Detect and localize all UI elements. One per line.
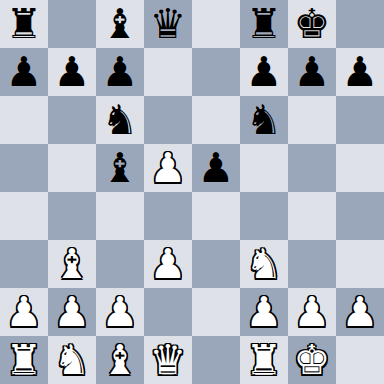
square-b2[interactable]: ♟ <box>48 288 96 336</box>
square-b7[interactable]: ♟ <box>48 48 96 96</box>
square-d3[interactable]: ♟ <box>144 240 192 288</box>
square-a2[interactable]: ♟ <box>0 288 48 336</box>
chess-board: ♜♝♛♜♚♟♟♟♟♟♟♞♞♝♟♟♝♟♞♟♟♟♟♟♟♜♞♝♛♜♚ <box>0 0 384 384</box>
square-c2[interactable]: ♟ <box>96 288 144 336</box>
square-e8[interactable] <box>192 0 240 48</box>
square-d4[interactable] <box>144 192 192 240</box>
square-f1[interactable]: ♜ <box>240 336 288 384</box>
square-f7[interactable]: ♟ <box>240 48 288 96</box>
piece-black-pawn[interactable]: ♟ <box>102 48 139 96</box>
square-e4[interactable] <box>192 192 240 240</box>
square-a8[interactable]: ♜ <box>0 0 48 48</box>
square-a5[interactable] <box>0 144 48 192</box>
piece-white-rook[interactable]: ♜ <box>246 336 283 384</box>
square-b5[interactable] <box>48 144 96 192</box>
piece-black-rook[interactable]: ♜ <box>246 0 283 48</box>
piece-black-pawn[interactable]: ♟ <box>198 144 235 192</box>
square-e3[interactable] <box>192 240 240 288</box>
piece-white-knight[interactable]: ♞ <box>54 336 91 384</box>
square-c4[interactable] <box>96 192 144 240</box>
piece-white-pawn[interactable]: ♟ <box>150 240 187 288</box>
piece-black-bishop[interactable]: ♝ <box>102 144 139 192</box>
piece-black-pawn[interactable]: ♟ <box>6 48 43 96</box>
piece-black-knight[interactable]: ♞ <box>246 96 283 144</box>
square-f6[interactable]: ♞ <box>240 96 288 144</box>
square-g6[interactable] <box>288 96 336 144</box>
piece-white-bishop[interactable]: ♝ <box>54 240 91 288</box>
square-h5[interactable] <box>336 144 384 192</box>
square-h2[interactable]: ♟ <box>336 288 384 336</box>
square-b4[interactable] <box>48 192 96 240</box>
piece-black-king[interactable]: ♚ <box>294 0 331 48</box>
piece-black-queen[interactable]: ♛ <box>150 0 187 48</box>
square-h4[interactable] <box>336 192 384 240</box>
piece-white-rook[interactable]: ♜ <box>6 336 43 384</box>
square-f4[interactable] <box>240 192 288 240</box>
piece-white-bishop[interactable]: ♝ <box>102 336 139 384</box>
square-d6[interactable] <box>144 96 192 144</box>
square-b3[interactable]: ♝ <box>48 240 96 288</box>
square-c1[interactable]: ♝ <box>96 336 144 384</box>
square-h1[interactable] <box>336 336 384 384</box>
piece-black-rook[interactable]: ♜ <box>6 0 43 48</box>
piece-black-bishop[interactable]: ♝ <box>102 0 139 48</box>
square-c5[interactable]: ♝ <box>96 144 144 192</box>
square-d7[interactable] <box>144 48 192 96</box>
square-e2[interactable] <box>192 288 240 336</box>
square-e5[interactable]: ♟ <box>192 144 240 192</box>
square-g2[interactable]: ♟ <box>288 288 336 336</box>
square-d8[interactable]: ♛ <box>144 0 192 48</box>
square-e1[interactable] <box>192 336 240 384</box>
square-d5[interactable]: ♟ <box>144 144 192 192</box>
square-c3[interactable] <box>96 240 144 288</box>
square-g1[interactable]: ♚ <box>288 336 336 384</box>
piece-white-pawn[interactable]: ♟ <box>246 288 283 336</box>
piece-white-pawn[interactable]: ♟ <box>342 288 379 336</box>
piece-white-queen[interactable]: ♛ <box>150 336 187 384</box>
square-b6[interactable] <box>48 96 96 144</box>
square-f8[interactable]: ♜ <box>240 0 288 48</box>
piece-white-pawn[interactable]: ♟ <box>6 288 43 336</box>
square-h8[interactable] <box>336 0 384 48</box>
piece-white-pawn[interactable]: ♟ <box>150 144 187 192</box>
piece-black-pawn[interactable]: ♟ <box>342 48 379 96</box>
square-c8[interactable]: ♝ <box>96 0 144 48</box>
square-g8[interactable]: ♚ <box>288 0 336 48</box>
square-f2[interactable]: ♟ <box>240 288 288 336</box>
square-b8[interactable] <box>48 0 96 48</box>
piece-white-pawn[interactable]: ♟ <box>294 288 331 336</box>
square-e6[interactable] <box>192 96 240 144</box>
piece-white-knight[interactable]: ♞ <box>246 240 283 288</box>
square-h6[interactable] <box>336 96 384 144</box>
square-d1[interactable]: ♛ <box>144 336 192 384</box>
square-h3[interactable] <box>336 240 384 288</box>
square-g3[interactable] <box>288 240 336 288</box>
piece-black-pawn[interactable]: ♟ <box>294 48 331 96</box>
piece-white-king[interactable]: ♚ <box>294 336 331 384</box>
square-c7[interactable]: ♟ <box>96 48 144 96</box>
square-c6[interactable]: ♞ <box>96 96 144 144</box>
square-a6[interactable] <box>0 96 48 144</box>
square-g4[interactable] <box>288 192 336 240</box>
square-a7[interactable]: ♟ <box>0 48 48 96</box>
piece-black-knight[interactable]: ♞ <box>102 96 139 144</box>
square-a1[interactable]: ♜ <box>0 336 48 384</box>
square-a3[interactable] <box>0 240 48 288</box>
square-g7[interactable]: ♟ <box>288 48 336 96</box>
piece-black-pawn[interactable]: ♟ <box>246 48 283 96</box>
square-b1[interactable]: ♞ <box>48 336 96 384</box>
square-f3[interactable]: ♞ <box>240 240 288 288</box>
square-e7[interactable] <box>192 48 240 96</box>
piece-white-pawn[interactable]: ♟ <box>54 288 91 336</box>
piece-black-pawn[interactable]: ♟ <box>54 48 91 96</box>
square-f5[interactable] <box>240 144 288 192</box>
piece-white-pawn[interactable]: ♟ <box>102 288 139 336</box>
square-g5[interactable] <box>288 144 336 192</box>
square-h7[interactable]: ♟ <box>336 48 384 96</box>
square-a4[interactable] <box>0 192 48 240</box>
square-d2[interactable] <box>144 288 192 336</box>
